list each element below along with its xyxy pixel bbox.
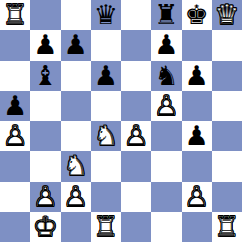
black-pawn-icon: ♟ (154, 31, 178, 58)
square-c3[interactable]: ♞♘ (61, 151, 91, 181)
square-d2[interactable] (91, 182, 121, 212)
square-b3[interactable] (30, 151, 60, 181)
square-e3[interactable] (121, 151, 151, 181)
piece-black-pawn[interactable]: ♟ (91, 61, 121, 91)
black-bishop-icon: ♝ (33, 62, 57, 89)
white-pawn-outline-icon: ♙ (154, 92, 178, 119)
piece-black-king[interactable]: ♚ (182, 0, 212, 30)
square-c1[interactable] (61, 212, 91, 242)
square-d1[interactable]: ♜♖ (91, 212, 121, 242)
black-rook-icon: ♜ (154, 1, 178, 28)
square-h4[interactable] (212, 121, 242, 151)
square-a8[interactable]: ♜♖ (0, 0, 30, 30)
white-pawn-outline-icon: ♙ (3, 122, 27, 149)
chess-board: ♜♖♛♜♚♛♕♟♟♟♝♟♞♟♟♟♙♟♙♞♘♟♙♟♞♘♟♙♟♙♟♙♚♔♜♖♜♖ (0, 0, 242, 242)
square-b8[interactable] (30, 0, 60, 30)
square-b2[interactable]: ♟♙ (30, 182, 60, 212)
square-e5[interactable] (121, 91, 151, 121)
square-f3[interactable] (151, 151, 181, 181)
piece-white-rook[interactable]: ♜♖ (91, 212, 121, 242)
piece-white-pawn[interactable]: ♟♙ (151, 91, 181, 121)
square-h8[interactable]: ♛♕ (212, 0, 242, 30)
piece-black-pawn[interactable]: ♟ (151, 30, 181, 60)
square-c8[interactable] (61, 0, 91, 30)
black-king-icon: ♚ (185, 1, 209, 28)
square-f7[interactable]: ♟ (151, 30, 181, 60)
black-pawn-icon: ♟ (94, 62, 118, 89)
square-c5[interactable] (61, 91, 91, 121)
square-d5[interactable] (91, 91, 121, 121)
white-pawn-outline-icon: ♙ (185, 183, 209, 210)
square-e2[interactable] (121, 182, 151, 212)
square-f2[interactable] (151, 182, 181, 212)
piece-black-pawn[interactable]: ♟ (182, 61, 212, 91)
square-e7[interactable] (121, 30, 151, 60)
square-e6[interactable] (121, 61, 151, 91)
piece-white-knight[interactable]: ♞♘ (61, 151, 91, 181)
piece-black-pawn[interactable]: ♟ (182, 121, 212, 151)
square-f1[interactable] (151, 212, 181, 242)
square-f4[interactable] (151, 121, 181, 151)
square-f5[interactable]: ♟♙ (151, 91, 181, 121)
white-knight-outline-icon: ♘ (64, 152, 88, 179)
square-b1[interactable]: ♚♔ (30, 212, 60, 242)
square-g4[interactable]: ♟ (182, 121, 212, 151)
piece-black-pawn[interactable]: ♟ (61, 30, 91, 60)
piece-white-queen[interactable]: ♛♕ (212, 0, 242, 30)
black-pawn-icon: ♟ (185, 122, 209, 149)
square-a6[interactable] (0, 61, 30, 91)
piece-white-rook[interactable]: ♜♖ (212, 212, 242, 242)
square-b7[interactable]: ♟ (30, 30, 60, 60)
white-pawn-outline-icon: ♙ (124, 122, 148, 149)
black-pawn-icon: ♟ (185, 62, 209, 89)
square-d4[interactable]: ♞♘ (91, 121, 121, 151)
square-g5[interactable] (182, 91, 212, 121)
piece-black-bishop[interactable]: ♝ (30, 61, 60, 91)
square-b6[interactable]: ♝ (30, 61, 60, 91)
square-g1[interactable] (182, 212, 212, 242)
square-d6[interactable]: ♟ (91, 61, 121, 91)
piece-black-pawn[interactable]: ♟ (30, 30, 60, 60)
white-pawn-outline-icon: ♙ (33, 183, 57, 210)
piece-white-pawn[interactable]: ♟♙ (182, 182, 212, 212)
square-c7[interactable]: ♟ (61, 30, 91, 60)
square-a7[interactable] (0, 30, 30, 60)
square-h5[interactable] (212, 91, 242, 121)
piece-white-knight[interactable]: ♞♘ (91, 121, 121, 151)
white-queen-outline-icon: ♕ (215, 1, 239, 28)
piece-white-king[interactable]: ♚♔ (30, 212, 60, 242)
piece-white-pawn[interactable]: ♟♙ (121, 121, 151, 151)
square-h1[interactable]: ♜♖ (212, 212, 242, 242)
square-e8[interactable] (121, 0, 151, 30)
square-h2[interactable] (212, 182, 242, 212)
white-pawn-outline-icon: ♙ (64, 183, 88, 210)
square-f8[interactable]: ♜ (151, 0, 181, 30)
square-d7[interactable] (91, 30, 121, 60)
square-a4[interactable]: ♟♙ (0, 121, 30, 151)
square-c4[interactable] (61, 121, 91, 151)
square-d8[interactable]: ♛ (91, 0, 121, 30)
white-king-outline-icon: ♔ (33, 213, 57, 240)
square-e4[interactable]: ♟♙ (121, 121, 151, 151)
square-c6[interactable] (61, 61, 91, 91)
square-a5[interactable]: ♟ (0, 91, 30, 121)
square-a1[interactable] (0, 212, 30, 242)
piece-white-pawn[interactable]: ♟♙ (0, 121, 30, 151)
square-b5[interactable] (30, 91, 60, 121)
square-g6[interactable]: ♟ (182, 61, 212, 91)
square-h6[interactable] (212, 61, 242, 91)
black-queen-icon: ♛ (94, 1, 118, 28)
white-rook-outline-icon: ♖ (215, 213, 239, 240)
square-h7[interactable] (212, 30, 242, 60)
square-b4[interactable] (30, 121, 60, 151)
piece-white-pawn[interactable]: ♟♙ (30, 182, 60, 212)
piece-black-rook[interactable]: ♜ (151, 0, 181, 30)
square-f6[interactable]: ♞ (151, 61, 181, 91)
square-e1[interactable] (121, 212, 151, 242)
white-knight-outline-icon: ♘ (94, 122, 118, 149)
square-g7[interactable] (182, 30, 212, 60)
square-g3[interactable] (182, 151, 212, 181)
black-pawn-icon: ♟ (64, 31, 88, 58)
white-rook-outline-icon: ♖ (3, 1, 27, 28)
white-rook-outline-icon: ♖ (94, 213, 118, 240)
square-g8[interactable]: ♚ (182, 0, 212, 30)
piece-black-queen[interactable]: ♛ (91, 0, 121, 30)
square-c2[interactable]: ♟♙ (61, 182, 91, 212)
black-pawn-icon: ♟ (33, 31, 57, 58)
black-knight-icon: ♞ (154, 62, 178, 89)
piece-black-pawn[interactable]: ♟ (0, 91, 30, 121)
piece-white-rook[interactable]: ♜♖ (0, 0, 30, 30)
square-g2[interactable]: ♟♙ (182, 182, 212, 212)
piece-black-knight[interactable]: ♞ (151, 61, 181, 91)
black-pawn-icon: ♟ (3, 92, 27, 119)
square-a3[interactable] (0, 151, 30, 181)
square-a2[interactable] (0, 182, 30, 212)
square-h3[interactable] (212, 151, 242, 181)
square-d3[interactable] (91, 151, 121, 181)
piece-white-pawn[interactable]: ♟♙ (61, 182, 91, 212)
